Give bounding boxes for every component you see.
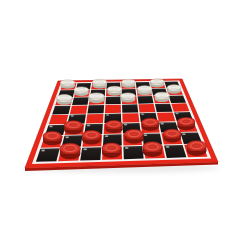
checker-white-r2c2 [74,87,88,96]
glare-speck [71,115,74,117]
glare-speck [125,147,129,149]
square-r4c6-red [139,104,156,112]
glare-speck [160,123,163,125]
checker-red-r7c3 [82,130,101,144]
square-r3c8-black [169,95,186,103]
checker-white-r3c7 [155,92,170,102]
glare-speck [41,149,45,151]
checker-white-r2c6 [137,86,152,96]
checker-red-r8c4 [102,143,121,158]
square-r5c7-red [157,112,176,121]
glare-speck [105,135,109,137]
glare-speck [141,113,144,115]
checker-red-r8c6 [143,142,162,157]
giant-checkers-board-photo [0,0,240,240]
glare-speck [83,148,87,150]
checker-red-r7c5 [125,129,144,143]
square-r4c4-red [105,105,121,114]
checker-white-r3c5 [121,93,136,103]
checker-red-r7c7 [163,129,181,142]
glare-speck [144,134,148,136]
glare-speck [106,114,109,116]
checker-white-r3c1 [57,95,72,105]
glare-speck [49,126,53,128]
glare-speck [87,125,90,127]
glare-speck [175,113,178,115]
checker-red-r8c2 [60,143,80,159]
square-r5c5-red [122,113,139,122]
square-r4c8-red [171,103,189,111]
checker-white-r1c3 [92,79,106,88]
square-r4c2-red [70,105,88,114]
checker-red-r6c8 [177,117,195,130]
glare-speck [124,124,127,126]
checker-white-r2c8 [167,85,181,94]
square-r4c1-black [52,106,70,115]
checker-red-r6c6 [142,118,159,131]
square-r5c3-red [86,114,104,123]
checker-white-r2c4 [107,86,121,95]
checker-white-r1c7 [150,79,164,88]
checker-red-r7c1 [43,131,62,145]
glare-speck [166,146,170,148]
checker-white-r3c3 [89,93,105,103]
glare-speck [182,133,186,135]
square-r4c7-black [155,104,173,112]
product-photo-canvas [0,0,240,240]
checker-white-r1c1 [61,80,75,89]
checker-white-r1c5 [122,79,135,88]
square-r3c6-black [138,96,154,104]
square-r3c4-black [105,97,120,105]
square-r3c2-black [72,97,89,105]
square-r4c3-black [87,105,104,114]
glare-speck [65,136,69,138]
square-r4c5-black [122,104,138,112]
checker-red-r6c4 [105,121,122,134]
checker-red-r6c2 [64,121,83,134]
checker-red-r8c8 [187,141,206,156]
